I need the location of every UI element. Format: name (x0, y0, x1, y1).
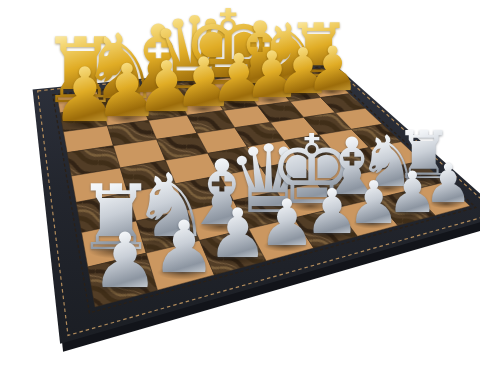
silver-pawn-h1: ♟ (424, 157, 472, 211)
chess-set-photo: ♜♞♝♛♚♝♞♜♟♟♟♟♟♟♟♟♜♞♝♛♚♝♞♜♟♟♟♟♟♟♟♟ (0, 0, 480, 385)
pieces-layer: ♜♞♝♛♚♝♞♜♟♟♟♟♟♟♟♟♜♞♝♛♚♝♞♜♟♟♟♟♟♟♟♟ (0, 0, 480, 385)
gold-pawn-h7: ♟ (305, 38, 360, 99)
silver-pawn-a1: ♟ (91, 223, 159, 299)
